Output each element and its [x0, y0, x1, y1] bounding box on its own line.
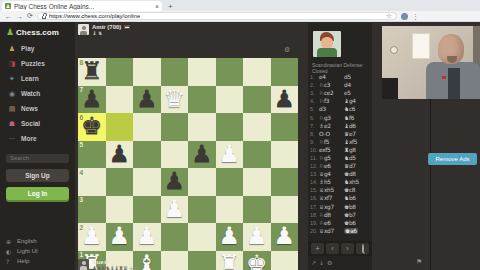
logo-pawn-icon: ♟: [6, 27, 14, 37]
square-g3[interactable]: [243, 196, 271, 224]
move-number: 10.: [310, 147, 319, 153]
square-h6[interactable]: [271, 113, 299, 141]
search-input[interactable]: [6, 154, 69, 163]
square-b5[interactable]: ♟: [106, 141, 134, 169]
captured-pieces-by-black: ♝ ♞: [92, 30, 102, 36]
move-row: 18.♘d8♚b7: [310, 211, 370, 219]
move-row: 7.♗e2♝d6: [310, 122, 370, 130]
rank-label-2: 2: [80, 225, 84, 232]
white-move[interactable]: ♕xh5: [319, 187, 344, 193]
share-icon[interactable]: ↗: [311, 259, 316, 266]
move-number: 16.: [310, 195, 319, 201]
footer-label: English: [17, 238, 37, 244]
white-move[interactable]: ♘e6: [319, 163, 344, 169]
black-move[interactable]: ♜g8: [344, 147, 369, 153]
square-g2[interactable]: ♟: [243, 223, 271, 251]
sidebar-item-news[interactable]: ▤ News: [0, 101, 75, 116]
material-score: +22: [129, 265, 138, 270]
browser-menu-icon[interactable]: ⋮: [412, 12, 419, 21]
black-move[interactable]: ♞f6: [344, 115, 369, 121]
panel-footer: ↗ ↓ ⚙: [311, 259, 332, 266]
white-move[interactable]: ♘f5: [319, 139, 344, 145]
white-move[interactable]: ♘f3: [319, 98, 344, 104]
tab-title: Play Chess Online Agains...: [14, 3, 152, 10]
move-row: 10.exf5♜g8: [310, 146, 370, 154]
square-a3[interactable]: 3: [78, 196, 106, 224]
move-number: 1.: [310, 74, 319, 80]
black-move[interactable]: ♚b8: [344, 204, 369, 210]
black-move[interactable]: ♝g4: [344, 98, 369, 104]
white-move[interactable]: ♗h5: [319, 179, 344, 185]
square-d4[interactable]: ♟: [161, 168, 189, 196]
move-list: 1.e4d52.♘c3d43.♘ce2e54.♘f3♝g45.d3♞c66.♘g…: [310, 73, 370, 235]
light-ui-toggle[interactable]: ◐ Light UI: [6, 246, 38, 256]
square-c5[interactable]: [133, 141, 161, 169]
globe-icon: ⊕: [6, 238, 13, 245]
move-number: 19.: [310, 220, 319, 226]
white-move[interactable]: O-O: [319, 131, 344, 137]
opponent-player-bar: Amir (700) ♝ ♞: [78, 23, 298, 36]
black-move[interactable]: ♚b7: [344, 212, 369, 218]
move-controls: + ‹ ›: [308, 241, 372, 256]
square-e8[interactable]: [188, 58, 216, 86]
move-number: 5.: [310, 106, 319, 112]
country-flag-icon: [124, 25, 130, 29]
square-b6[interactable]: [106, 113, 134, 141]
white-move[interactable]: ♘d8: [319, 212, 344, 218]
sidebar-footer: ⊕ English ◐ Light UI ? Help: [6, 236, 38, 266]
move-number: 14.: [310, 179, 319, 185]
square-b4[interactable]: [106, 168, 134, 196]
footer-label: Help: [17, 258, 29, 264]
black-move[interactable]: e5: [344, 90, 369, 96]
square-b2[interactable]: ♟: [106, 223, 134, 251]
move-number: 12.: [310, 163, 319, 169]
white-queen-d7: ♛: [161, 86, 189, 114]
square-e4[interactable]: [188, 168, 216, 196]
guest-avatar[interactable]: [78, 259, 89, 270]
sidebar-item-learn[interactable]: ✦ Learn: [0, 71, 75, 86]
black-move[interactable]: d4: [344, 82, 369, 88]
square-b3[interactable]: [106, 196, 134, 224]
avatar-head: [82, 261, 86, 265]
square-h5[interactable]: [271, 141, 299, 169]
play-pawn-icon: ♟: [8, 45, 16, 53]
square-d8[interactable]: [161, 58, 189, 86]
log-in-button[interactable]: Log In: [6, 187, 69, 200]
black-pawn-c7: ♟: [133, 86, 161, 114]
flag-icon[interactable]: ⚑: [416, 258, 422, 266]
square-f2[interactable]: ♟: [216, 223, 244, 251]
white-pawn-h2: ♟: [271, 223, 299, 251]
own-player-bar: Guest ♟♟♞♞♝♝♜♛+22: [78, 258, 298, 270]
jacket-zipper: [448, 68, 460, 99]
bookmark-star-icon[interactable]: ☆: [386, 12, 392, 20]
watch-icon: ◉: [8, 90, 16, 98]
move-back-button[interactable]: ‹: [326, 243, 339, 254]
avatar-body: [80, 266, 87, 270]
square-d2[interactable]: [161, 223, 189, 251]
move-number: 20.: [310, 228, 319, 234]
panel-divider: [430, 99, 431, 270]
question-icon: ?: [6, 258, 13, 265]
square-d3[interactable]: ♟: [161, 196, 189, 224]
white-pawn-d3: ♟: [161, 196, 189, 224]
white-move[interactable]: ♕g4: [319, 171, 344, 177]
square-c4[interactable]: [133, 168, 161, 196]
square-c8[interactable]: [133, 58, 161, 86]
square-f4[interactable]: [216, 168, 244, 196]
captured-glyphs: ♟♟♞♞♝♝♜♛: [92, 265, 127, 270]
square-a5[interactable]: 5: [78, 141, 106, 169]
move-row: 6.♘g3♞f6: [310, 113, 370, 121]
square-c7[interactable]: ♟: [133, 86, 161, 114]
rank-label-4: 4: [80, 170, 84, 177]
opponent-avatar[interactable]: [78, 24, 89, 35]
new-tab-button[interactable]: +: [168, 2, 173, 11]
square-e5[interactable]: ♟: [188, 141, 216, 169]
white-move[interactable]: ♘ce2: [319, 90, 344, 96]
black-move[interactable]: ♝d6: [344, 123, 369, 129]
square-f5[interactable]: ♟: [216, 141, 244, 169]
move-number: 11.: [310, 155, 319, 161]
wall-clock: [390, 46, 398, 54]
square-a7[interactable]: 7♟: [78, 86, 106, 114]
move-row: 11.♘g5♞d5: [310, 154, 370, 162]
move-row: 8.O-O♛e7: [310, 130, 370, 138]
black-move[interactable]: ♝xf5: [344, 139, 369, 145]
avatar-head: [82, 26, 86, 30]
more-dots-icon: ···: [8, 135, 16, 143]
chesscom-logo[interactable]: ♟ Chess.com: [0, 22, 75, 41]
square-c6[interactable]: [133, 113, 161, 141]
white-move[interactable]: ♕xf7: [319, 195, 344, 201]
move-number: 6.: [310, 115, 319, 121]
address-bar[interactable]: https://www.chess.com/play/online ☆: [37, 12, 397, 20]
black-pawn-e5: ♟: [188, 141, 216, 169]
jacket-logo: [442, 76, 446, 79]
move-number: 7.: [310, 123, 319, 129]
sidebar-item-social[interactable]: ☗ Social: [0, 116, 75, 131]
white-move[interactable]: ♗e2: [319, 123, 344, 129]
move-number: 2.: [310, 82, 319, 88]
square-h4[interactable]: [271, 168, 299, 196]
square-b8[interactable]: [106, 58, 134, 86]
webcam-video: [382, 26, 480, 99]
square-g5[interactable]: [243, 141, 271, 169]
black-move[interactable]: ♞xh5: [344, 179, 369, 185]
black-move[interactable]: d5: [344, 74, 369, 80]
move-number: 3.: [310, 90, 319, 96]
analysis-button[interactable]: [356, 243, 369, 254]
move-row: 2.♘c3d4: [310, 81, 370, 89]
white-move[interactable]: ♕xg7: [319, 204, 344, 210]
white-pawn-f5: ♟: [216, 141, 244, 169]
white-move[interactable]: ♕xd7: [319, 228, 344, 234]
black-pawn-d4: ♟: [161, 168, 189, 196]
white-move[interactable]: ♘g5: [319, 155, 344, 161]
square-g6[interactable]: [243, 113, 271, 141]
sidebar-item-play[interactable]: ♟ Play: [0, 41, 75, 56]
sidebar: ♟ Chess.com ♟ Play ◨ Puzzles ✦ Learn ◉ W…: [0, 22, 75, 270]
black-move[interactable]: ♛e7: [344, 131, 369, 137]
footer-label: Light UI: [17, 248, 38, 254]
square-h3[interactable]: [271, 196, 299, 224]
square-e6[interactable]: [188, 113, 216, 141]
white-move[interactable]: ♘e6: [319, 220, 344, 226]
window: [412, 33, 430, 59]
move-row: 1.e4d5: [310, 73, 370, 81]
square-b7[interactable]: [106, 86, 134, 114]
square-e2[interactable]: [188, 223, 216, 251]
white-pawn-c2: ♟: [133, 223, 161, 251]
move-forward-button[interactable]: ›: [341, 243, 354, 254]
chess-board: 8♜7♟♟♛♟6♚5♟♟♟4♟3♟2♟♟♟♟♟♟1a♜bc♝def♜g♚h: [78, 58, 298, 270]
download-icon[interactable]: ↓: [319, 259, 324, 266]
sidebar-item-label: Puzzles: [21, 60, 45, 67]
square-a6[interactable]: 6♚: [78, 113, 106, 141]
white-pawn-b2: ♟: [106, 223, 134, 251]
move-row: 9.♘f5♝xf5: [310, 138, 370, 146]
white-move[interactable]: ♘g3: [319, 115, 344, 121]
move-row: 4.♘f3♝g4: [310, 97, 370, 105]
black-move[interactable]: ♚a6: [344, 228, 358, 234]
refresh-icon[interactable]: ⟳: [27, 12, 33, 21]
move-number: 13.: [310, 171, 319, 177]
black-pawn-b5: ♟: [106, 141, 134, 169]
white-move[interactable]: ♘c3: [319, 82, 344, 88]
forward-icon[interactable]: →: [16, 12, 23, 21]
square-f7[interactable]: [216, 86, 244, 114]
black-pawn-h7: ♟: [271, 86, 299, 114]
square-g7[interactable]: [243, 86, 271, 114]
browser-profile-avatar[interactable]: [401, 13, 408, 20]
square-h7[interactable]: ♟: [271, 86, 299, 114]
move-row: 14.♗h5♞xh5: [310, 178, 370, 186]
white-move[interactable]: d3: [319, 106, 344, 112]
black-move[interactable]: ♚c8: [344, 187, 369, 193]
logo-text: Chess.com: [16, 28, 59, 37]
move-row: 12.♘e6♛d7: [310, 162, 370, 170]
chesscom-favicon: ♟: [5, 3, 11, 9]
move-row: 13.♕g4♚d8: [310, 170, 370, 178]
sidebar-item-watch[interactable]: ◉ Watch: [0, 86, 75, 101]
sign-up-button[interactable]: Sign Up: [6, 169, 69, 182]
square-d6[interactable]: [161, 113, 189, 141]
move-number: 8.: [310, 131, 319, 137]
move-row: 15.♕xh5♚c8: [310, 186, 370, 194]
move-number: 18.: [310, 212, 319, 218]
sidebar-item-puzzles[interactable]: ◨ Puzzles: [0, 56, 75, 71]
white-move[interactable]: exf5: [319, 147, 344, 153]
white-pawn-g2: ♟: [243, 223, 271, 251]
black-move[interactable]: ♚d8: [344, 171, 369, 177]
move-number: 17.: [310, 204, 319, 210]
sidebar-item-label: Play: [21, 45, 34, 52]
square-h2[interactable]: ♟: [271, 223, 299, 251]
square-e3[interactable]: [188, 196, 216, 224]
black-move[interactable]: ♞b6: [344, 195, 369, 201]
contrast-icon: ◐: [6, 248, 13, 255]
browser-tab-bar: ♟ Play Chess Online Agains... × +: [0, 0, 480, 11]
square-e7[interactable]: [188, 86, 216, 114]
streamer-photo: [313, 31, 341, 57]
board-settings-gear-icon[interactable]: ⚙: [284, 46, 290, 54]
move-row: 16.♕xf7♞b6: [310, 194, 370, 202]
sidebar-item-more[interactable]: ··· More: [0, 131, 75, 146]
new-game-button[interactable]: +: [311, 243, 324, 254]
sidebar-item-label: News: [21, 105, 38, 112]
white-move[interactable]: e4: [319, 74, 344, 80]
puzzle-icon: ◨: [8, 60, 16, 68]
sidebar-item-label: Watch: [21, 90, 40, 97]
rank-label-8: 8: [80, 60, 84, 67]
avatar-body: [80, 31, 87, 35]
square-f8[interactable]: [216, 58, 244, 86]
move-number: 9.: [310, 139, 319, 145]
learn-icon: ✦: [8, 75, 16, 83]
square-c3[interactable]: [133, 196, 161, 224]
lock-icon: [42, 16, 46, 19]
sidebar-item-label: More: [21, 135, 37, 142]
back-icon[interactable]: ←: [5, 12, 12, 21]
sidebar-item-label: Social: [21, 120, 40, 127]
browser-tab[interactable]: ♟ Play Chess Online Agains... ×: [2, 1, 162, 11]
captured-pieces-by-white: ♟♟♞♞♝♝♜♛+22: [92, 265, 139, 270]
square-a8[interactable]: 8♜: [78, 58, 106, 86]
sidebar-item-label: Learn: [21, 75, 39, 82]
white-pawn-f2: ♟: [216, 223, 244, 251]
game-panel: Scandinavian Defense: Closed 1.e4d52.♘c3…: [308, 23, 372, 270]
magnifier-icon: [362, 244, 364, 253]
square-c2[interactable]: ♟: [133, 223, 161, 251]
rank-label-5: 5: [80, 142, 84, 149]
move-row: 17.♕xg7♚b8: [310, 203, 370, 211]
square-f6[interactable]: [216, 113, 244, 141]
square-h8[interactable]: [271, 58, 299, 86]
social-icon: ☗: [8, 120, 16, 128]
move-row: 20.♕xd7♚a6: [310, 227, 370, 235]
remove-ads-button[interactable]: Remove Ads: [428, 153, 477, 165]
move-number: 4.: [310, 98, 319, 104]
move-number: 15.: [310, 187, 319, 193]
rank-label-6: 6: [80, 115, 84, 122]
move-row: 3.♘ce2e5: [310, 89, 370, 97]
square-d7[interactable]: ♛: [161, 86, 189, 114]
square-g8[interactable]: [243, 58, 271, 86]
help-link[interactable]: ? Help: [6, 256, 38, 266]
square-g4[interactable]: [243, 168, 271, 196]
square-f3[interactable]: [216, 196, 244, 224]
black-move[interactable]: ♚b6: [344, 220, 369, 226]
move-row: 19.♘e6♚b6: [310, 219, 370, 227]
move-row: 5.d3♞c6: [310, 105, 370, 113]
streamer-shirt: [317, 48, 337, 57]
black-move[interactable]: ♛d7: [344, 163, 369, 169]
square-a4[interactable]: 4: [78, 168, 106, 196]
square-d5[interactable]: [161, 141, 189, 169]
news-icon: ▤: [8, 105, 16, 113]
monitor-corner: [382, 78, 398, 99]
rank-label-7: 7: [80, 87, 84, 94]
rank-label-3: 3: [80, 197, 84, 204]
language-setting[interactable]: ⊕ English: [6, 236, 38, 246]
browser-navbar: ← → ⟳ https://www.chess.com/play/online …: [0, 11, 480, 22]
chesscom-page: ♟ Chess.com ♟ Play ◨ Puzzles ✦ Learn ◉ W…: [0, 22, 480, 270]
black-move[interactable]: ♞d5: [344, 155, 369, 161]
url-text: https://www.chess.com/play/online: [49, 13, 140, 19]
tab-close-icon[interactable]: ×: [155, 3, 159, 10]
settings-gear-icon[interactable]: ⚙: [327, 259, 332, 266]
square-a2[interactable]: 2♟: [78, 223, 106, 251]
black-move[interactable]: ♞c6: [344, 106, 369, 112]
